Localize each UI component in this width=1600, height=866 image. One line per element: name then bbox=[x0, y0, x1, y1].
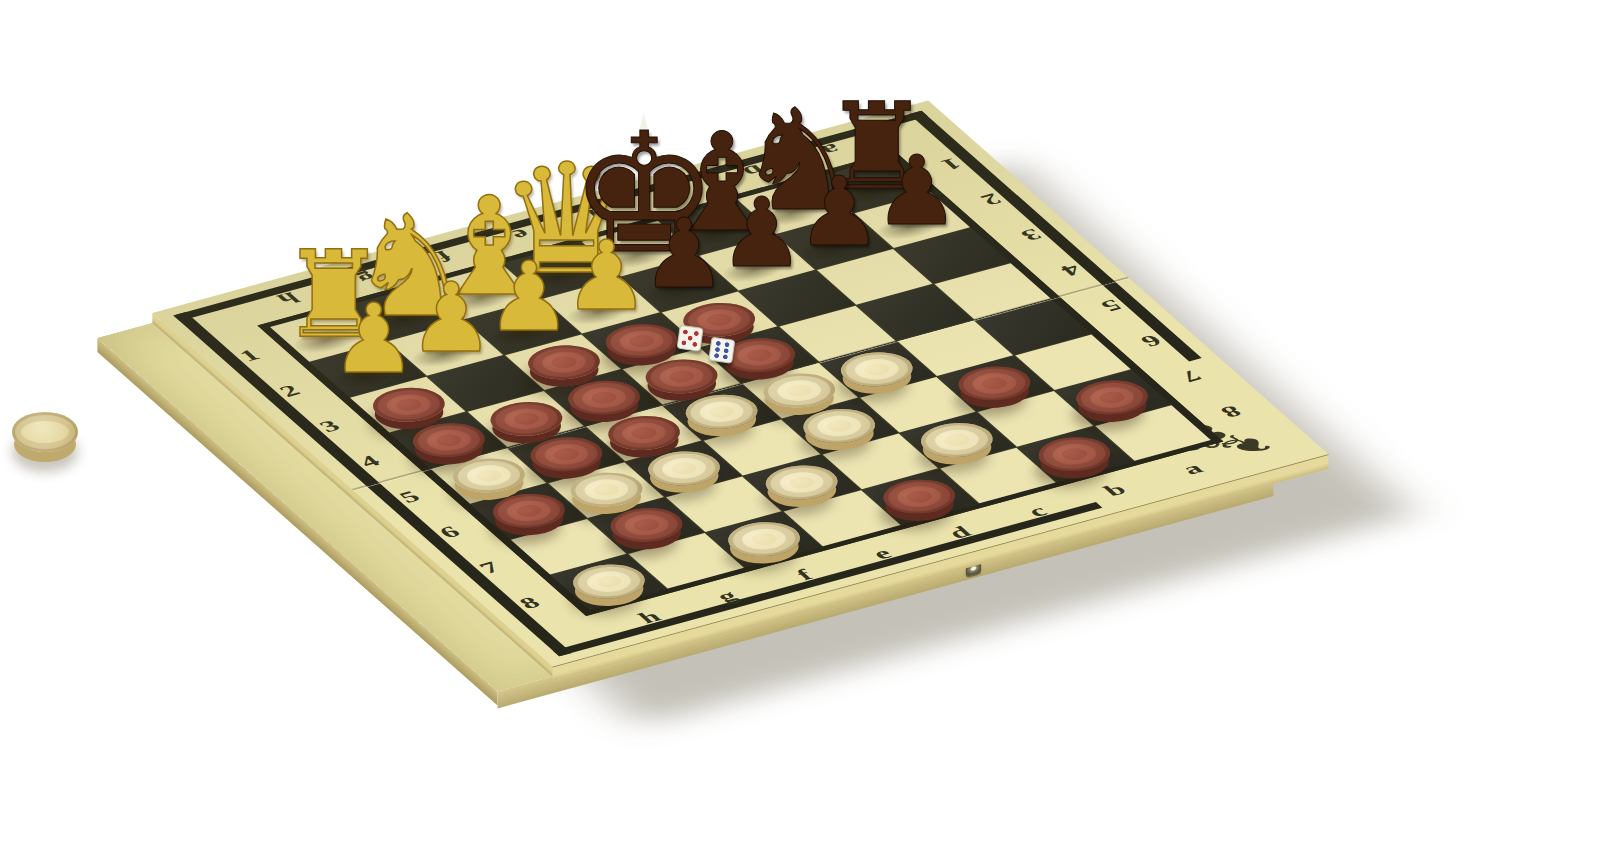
die-1-showing-5[interactable] bbox=[677, 325, 704, 352]
file-label-near-g: g bbox=[711, 586, 743, 606]
dark-pawn-a2[interactable]: ♟ bbox=[874, 142, 960, 238]
scene: ❧✾❧ 11hh22gg33ff44ee55dd66cc77bb88aa♜♞♝♛… bbox=[0, 0, 1600, 866]
file-label-near-f: f bbox=[791, 566, 819, 584]
light-pawn-g2[interactable]: ♟ bbox=[408, 270, 494, 366]
light-pawn-h2[interactable]: ♟ bbox=[331, 291, 417, 387]
off-board-light-checker[interactable] bbox=[12, 412, 78, 452]
dark-pawn-b2[interactable]: ♟ bbox=[796, 164, 882, 260]
light-pawn-e2[interactable]: ♟ bbox=[563, 227, 649, 323]
dark-pawn-d2[interactable]: ♟ bbox=[641, 206, 727, 302]
light-pawn-f2[interactable]: ♟ bbox=[486, 249, 572, 345]
king-white-finial bbox=[640, 112, 648, 128]
file-label-near-h: h bbox=[633, 607, 667, 627]
file-label-near-e: e bbox=[867, 544, 898, 563]
die-2-showing-6[interactable] bbox=[708, 337, 735, 364]
file-label-near-c: c bbox=[1022, 502, 1053, 521]
file-label-near-d: d bbox=[943, 522, 977, 542]
dark-pawn-c2[interactable]: ♟ bbox=[718, 185, 804, 281]
file-label-near-b: b bbox=[1098, 480, 1132, 500]
rank-label-right-7: 7 bbox=[1175, 366, 1207, 386]
